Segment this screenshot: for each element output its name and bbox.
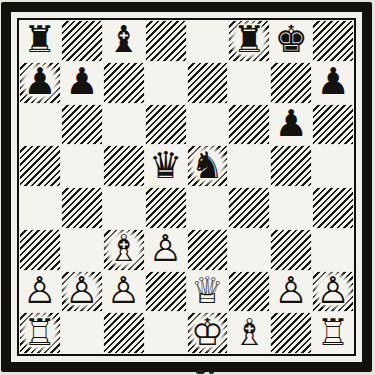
ink-speck [209, 371, 214, 374]
square-e1: ♔ [187, 312, 229, 354]
white-pawn-piece: ♙ [270, 271, 312, 312]
square-c7 [103, 62, 145, 104]
square-c1 [103, 312, 145, 354]
black-rook-piece: ♜ [228, 20, 270, 61]
square-f8: ♜ [228, 20, 270, 62]
square-h6 [312, 104, 354, 146]
square-g4 [270, 187, 312, 229]
square-h2: ♙ [312, 271, 354, 313]
black-pawn-piece: ♟ [312, 62, 354, 103]
square-b4 [61, 187, 103, 229]
square-b2: ♙ [61, 271, 103, 313]
square-f5 [228, 145, 270, 187]
square-c4 [103, 187, 145, 229]
square-f2 [228, 271, 270, 313]
square-d6 [145, 104, 187, 146]
square-g8: ♚ [270, 20, 312, 62]
black-knight-piece: ♞ [187, 145, 229, 186]
square-e4 [187, 187, 229, 229]
square-c8: ♝ [103, 20, 145, 62]
square-a3 [19, 229, 61, 271]
square-c5 [103, 145, 145, 187]
board-frame: ♜♝♜♚♟♟♟♟♛♞♗♙♙♙♙♕♙♙♖♔♗♖ [1, 2, 372, 372]
square-g6: ♟ [270, 104, 312, 146]
white-bishop-piece: ♗ [228, 312, 270, 353]
white-king-piece: ♔ [187, 312, 229, 353]
square-e5: ♞ [187, 145, 229, 187]
square-d7 [145, 62, 187, 104]
square-c2: ♙ [103, 271, 145, 313]
square-e3 [187, 229, 229, 271]
scanned-chess-diagram: ♜♝♜♚♟♟♟♟♛♞♗♙♙♙♙♕♙♙♖♔♗♖ [0, 0, 375, 375]
black-pawn-piece: ♟ [19, 62, 61, 103]
square-h4 [312, 187, 354, 229]
square-h1: ♖ [312, 312, 354, 354]
square-a8: ♜ [19, 20, 61, 62]
square-b1 [61, 312, 103, 354]
square-f6 [228, 104, 270, 146]
white-rook-piece: ♖ [19, 312, 61, 353]
square-a6 [19, 104, 61, 146]
square-a5 [19, 145, 61, 187]
chess-board: ♜♝♜♚♟♟♟♟♛♞♗♙♙♙♙♕♙♙♖♔♗♖ [19, 20, 354, 354]
square-a7: ♟ [19, 62, 61, 104]
white-pawn-piece: ♙ [61, 271, 103, 312]
square-e6 [187, 104, 229, 146]
white-pawn-piece: ♙ [312, 271, 354, 312]
square-b7: ♟ [61, 62, 103, 104]
square-d5: ♛ [145, 145, 187, 187]
black-king-piece: ♚ [270, 20, 312, 61]
black-rook-piece: ♜ [19, 20, 61, 61]
white-pawn-piece: ♙ [19, 271, 61, 312]
square-e7 [187, 62, 229, 104]
square-a1: ♖ [19, 312, 61, 354]
square-d2 [145, 271, 187, 313]
square-f7 [228, 62, 270, 104]
square-b8 [61, 20, 103, 62]
square-f3 [228, 229, 270, 271]
black-bishop-piece: ♝ [103, 20, 145, 61]
board-border: ♜♝♜♚♟♟♟♟♛♞♗♙♙♙♙♕♙♙♖♔♗♖ [17, 18, 356, 356]
ink-speck [196, 370, 205, 374]
square-h3 [312, 229, 354, 271]
square-c3: ♗ [103, 229, 145, 271]
square-c6 [103, 104, 145, 146]
square-b3 [61, 229, 103, 271]
square-h8 [312, 20, 354, 62]
white-pawn-piece: ♙ [103, 271, 145, 312]
square-g7 [270, 62, 312, 104]
square-h7: ♟ [312, 62, 354, 104]
black-pawn-piece: ♟ [270, 104, 312, 145]
square-b5 [61, 145, 103, 187]
white-queen-piece: ♕ [187, 271, 229, 312]
square-g1 [270, 312, 312, 354]
square-b6 [61, 104, 103, 146]
square-a4 [19, 187, 61, 229]
square-f1: ♗ [228, 312, 270, 354]
white-rook-piece: ♖ [312, 312, 354, 353]
square-f4 [228, 187, 270, 229]
square-g2: ♙ [270, 271, 312, 313]
square-h5 [312, 145, 354, 187]
square-g3 [270, 229, 312, 271]
white-bishop-piece: ♗ [103, 229, 145, 270]
square-e2: ♕ [187, 271, 229, 313]
square-d8 [145, 20, 187, 62]
black-queen-piece: ♛ [145, 145, 187, 186]
black-pawn-piece: ♟ [61, 62, 103, 103]
square-g5 [270, 145, 312, 187]
square-d3: ♙ [145, 229, 187, 271]
white-pawn-piece: ♙ [145, 229, 187, 270]
square-a2: ♙ [19, 271, 61, 313]
square-d1 [145, 312, 187, 354]
square-e8 [187, 20, 229, 62]
square-d4 [145, 187, 187, 229]
